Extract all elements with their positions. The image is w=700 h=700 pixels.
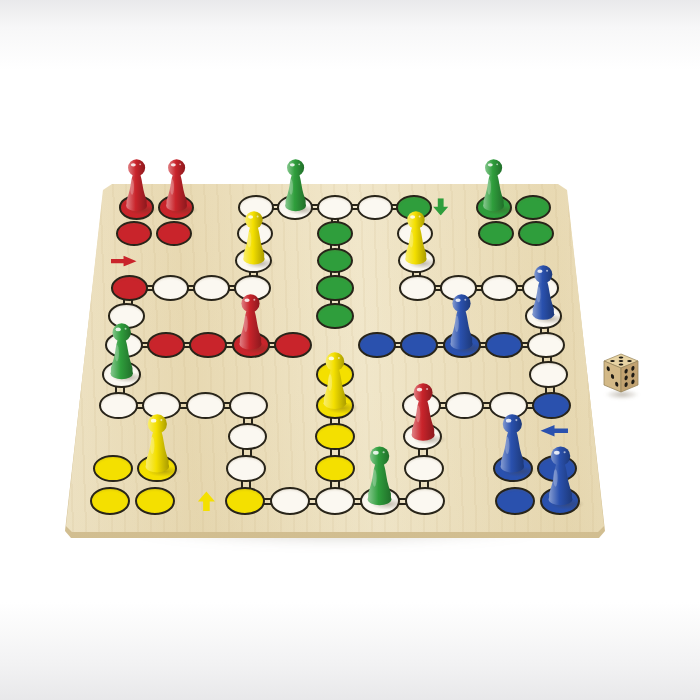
red-pawn-home — [162, 158, 191, 213]
green-pawn-track — [106, 322, 137, 381]
track-field-c6r1 — [317, 195, 353, 220]
green-pawn-track — [363, 445, 396, 507]
track-field-c2r4 — [152, 275, 189, 301]
blue-pawn-home — [496, 413, 529, 474]
blue-pawn-track — [528, 264, 559, 321]
yellow-pawn-track — [401, 210, 431, 266]
blue-final-field-c7r6 — [358, 332, 396, 358]
green-home-field-c10r2 — [478, 221, 514, 246]
wooden-die — [601, 351, 641, 397]
track-field-c4r8 — [229, 392, 268, 419]
yellow-pawn-home — [141, 413, 174, 474]
track-field-c11r7 — [529, 361, 567, 388]
track-field-c8r10 — [404, 455, 444, 483]
yellow-pawn-final — [319, 351, 351, 411]
red-home-field-c1r2 — [116, 221, 152, 246]
track-field-c8r11 — [405, 487, 446, 515]
green-pawn-home — [479, 158, 508, 213]
yellow-final-field-c6r10 — [315, 455, 355, 483]
red-pawn-final — [235, 293, 266, 351]
green-final-field-c6r4 — [316, 275, 353, 301]
red-final-field-c3r6 — [189, 332, 227, 358]
blue-pawn-final — [446, 293, 477, 351]
red-start-arrow-right — [111, 256, 137, 267]
track-field-c8r4 — [399, 275, 436, 301]
blue-start-field-c11r8 — [532, 392, 571, 419]
track-field-c5r11 — [270, 487, 311, 515]
yellow-start-arrow-up — [197, 491, 215, 511]
yellow-final-field-c6r9 — [315, 423, 354, 450]
yellow-pawn-track — [239, 210, 269, 266]
blue-final-field-c8r6 — [400, 332, 438, 358]
green-final-field-c6r3 — [317, 248, 354, 273]
track-field-c9r8 — [445, 392, 484, 419]
green-final-field-c6r5 — [316, 303, 354, 329]
red-home-field-c2r2 — [156, 221, 192, 246]
track-field-c7r1 — [357, 195, 393, 220]
track-field-c1r8 — [99, 392, 138, 419]
red-final-field-c2r6 — [147, 332, 185, 358]
track-field-c10r4 — [481, 275, 518, 301]
yellow-start-field-c4r11 — [225, 487, 266, 515]
red-final-field-c5r6 — [274, 332, 312, 358]
blue-pawn-home — [544, 445, 577, 507]
blue-home-field-c10r11 — [495, 487, 536, 515]
blue-start-arrow-left — [540, 424, 568, 436]
red-pawn-home — [122, 158, 151, 213]
yellow-home-field-c2r11 — [135, 487, 176, 515]
track-field-c4r9 — [228, 423, 267, 450]
yellow-home-field-c1r11 — [90, 487, 131, 515]
red-pawn-track — [407, 382, 439, 442]
track-field-c3r4 — [193, 275, 230, 301]
blue-final-field-c10r6 — [485, 332, 523, 358]
red-start-field-c1r4 — [111, 275, 148, 301]
board-items-layer — [0, 0, 700, 700]
product-photo — [0, 0, 700, 700]
track-field-c6r11 — [315, 487, 356, 515]
green-home-field-c11r2 — [518, 221, 554, 246]
green-start-arrow-down — [433, 198, 449, 216]
green-pawn-track — [281, 158, 310, 213]
track-field-c11r6 — [527, 332, 565, 358]
green-home-field-c11r1 — [515, 195, 551, 220]
yellow-home-field-c1r10 — [93, 455, 133, 483]
green-final-field-c6r2 — [317, 221, 353, 246]
track-field-c4r10 — [226, 455, 266, 483]
track-field-c3r8 — [186, 392, 225, 419]
